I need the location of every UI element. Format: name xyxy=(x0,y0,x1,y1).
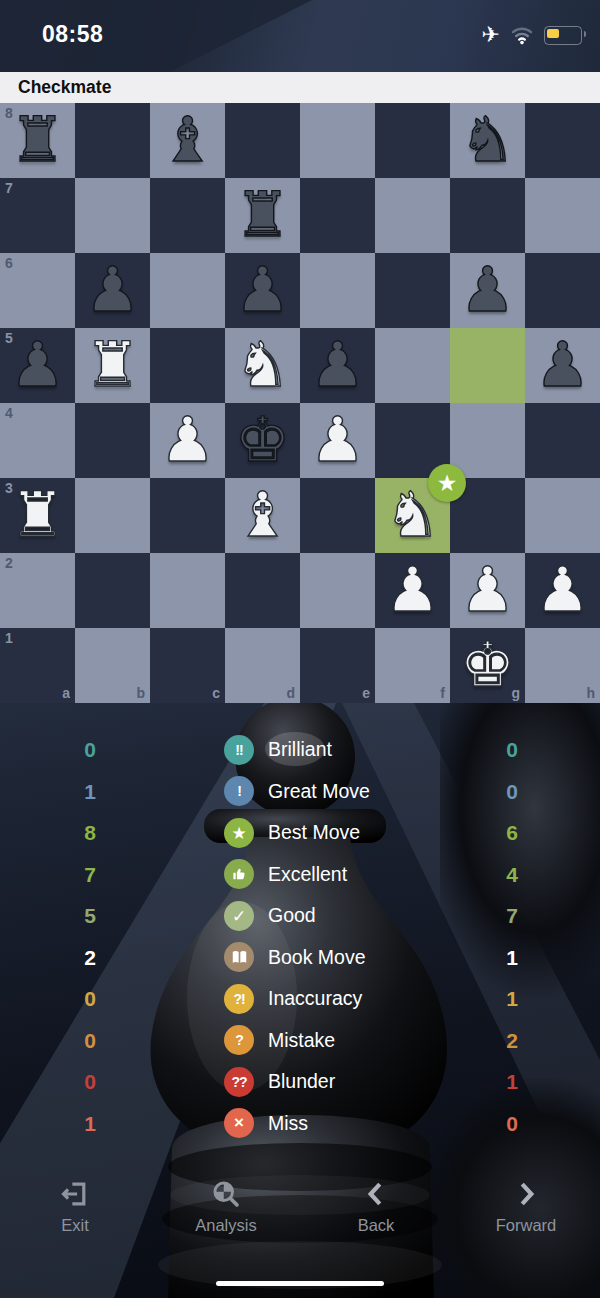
square-a8[interactable]: 8♜ xyxy=(0,103,75,178)
stat-count-right: 1 xyxy=(472,937,552,979)
file-label-g: g xyxy=(511,685,520,701)
back-label: Back xyxy=(306,1216,446,1235)
file-label-a: a xyxy=(62,685,70,701)
piece-black-bishop: ♝ xyxy=(150,103,225,178)
square-d6[interactable]: ♟ xyxy=(225,253,300,328)
square-a3[interactable]: 3♜ xyxy=(0,478,75,553)
file-label-e: e xyxy=(362,685,370,701)
square-a4[interactable]: 4 xyxy=(0,403,75,478)
stat-count-right: 0 xyxy=(472,1103,552,1145)
square-b6[interactable]: ♟ xyxy=(75,253,150,328)
square-d2[interactable] xyxy=(225,553,300,628)
stat-count-right: 1 xyxy=(472,1061,552,1103)
best-move-star-badge: ★ xyxy=(428,464,466,502)
rank-label-5: 5 xyxy=(5,330,13,346)
move-quality-stats: 0!!Brilliant01!Great Move08★Best Move67E… xyxy=(0,703,600,1144)
square-g2[interactable]: ♟ xyxy=(450,553,525,628)
analysis-icon xyxy=(210,1178,242,1210)
piece-black-king: ♚ xyxy=(225,403,300,478)
square-a1[interactable]: 1a xyxy=(0,628,75,703)
stat-row-excellent: 7Excellent4 xyxy=(0,854,600,896)
piece-black-pawn: ♟ xyxy=(450,253,525,328)
battery-icon xyxy=(544,26,582,45)
stat-row-book-move: 2Book Move1 xyxy=(0,937,600,979)
square-c8[interactable]: ♝ xyxy=(150,103,225,178)
piece-white-pawn: ♟ xyxy=(375,553,450,628)
square-e1[interactable]: e xyxy=(300,628,375,703)
square-g5[interactable] xyxy=(450,328,525,403)
stat-row-good: 5✓Good7 xyxy=(0,895,600,937)
square-f5[interactable] xyxy=(375,328,450,403)
back-button[interactable]: Back xyxy=(306,1178,446,1235)
piece-black-knight: ♞ xyxy=(450,103,525,178)
stat-row-best-move: 8★Best Move6 xyxy=(0,812,600,854)
square-b2[interactable] xyxy=(75,553,150,628)
stat-row-miss: 1×Miss0 xyxy=(0,1103,600,1145)
square-b4[interactable] xyxy=(75,403,150,478)
square-b5[interactable]: ♜ xyxy=(75,328,150,403)
square-e4[interactable]: ♟ xyxy=(300,403,375,478)
square-h6[interactable] xyxy=(525,253,600,328)
airplane-mode-icon: ✈ xyxy=(482,24,500,46)
square-f7[interactable] xyxy=(375,178,450,253)
header-bar: Checkmate xyxy=(0,72,600,103)
square-f6[interactable] xyxy=(375,253,450,328)
square-h4[interactable] xyxy=(525,403,600,478)
square-g6[interactable]: ♟ xyxy=(450,253,525,328)
excellent-icon xyxy=(224,859,254,889)
stat-label: Best Move xyxy=(268,812,360,854)
stat-label: Excellent xyxy=(268,854,347,896)
square-b3[interactable] xyxy=(75,478,150,553)
piece-white-knight: ♞ xyxy=(225,328,300,403)
stat-label: Great Move xyxy=(268,771,370,813)
square-b1[interactable]: b xyxy=(75,628,150,703)
stat-count-left: 7 xyxy=(50,854,130,896)
square-g7[interactable] xyxy=(450,178,525,253)
piece-white-rook: ♜ xyxy=(75,328,150,403)
square-d3[interactable]: ♝ xyxy=(225,478,300,553)
analysis-button[interactable]: Analysis xyxy=(156,1178,296,1235)
stat-row-blunder: 0??Blunder1 xyxy=(0,1061,600,1103)
stat-count-right: 0 xyxy=(472,729,552,771)
analysis-label: Analysis xyxy=(156,1216,296,1235)
piece-black-pawn: ♟ xyxy=(300,328,375,403)
file-label-b: b xyxy=(136,685,145,701)
inaccuracy-icon: ?! xyxy=(224,984,254,1014)
status-bar: 08:58 ✈ xyxy=(0,0,600,72)
piece-black-rook: ♜ xyxy=(225,178,300,253)
clock: 08:58 xyxy=(42,21,103,48)
piece-black-pawn: ♟ xyxy=(225,253,300,328)
square-e3[interactable] xyxy=(300,478,375,553)
page-title: Checkmate xyxy=(18,77,111,98)
square-g4[interactable] xyxy=(450,403,525,478)
square-e8[interactable] xyxy=(300,103,375,178)
rank-label-2: 2 xyxy=(5,555,13,571)
stat-count-right: 1 xyxy=(472,978,552,1020)
piece-white-pawn: ♟ xyxy=(450,553,525,628)
square-h5[interactable]: ♟ xyxy=(525,328,600,403)
file-label-d: d xyxy=(286,685,295,701)
square-e7[interactable] xyxy=(300,178,375,253)
stat-row-brilliant: 0!!Brilliant0 xyxy=(0,729,600,771)
square-d8[interactable] xyxy=(225,103,300,178)
square-d4[interactable]: ♚ xyxy=(225,403,300,478)
piece-black-pawn: ♟ xyxy=(525,328,600,403)
square-h8[interactable] xyxy=(525,103,600,178)
rank-label-3: 3 xyxy=(5,480,13,496)
brilliant-icon: !! xyxy=(224,735,254,765)
forward-icon xyxy=(510,1178,542,1210)
stat-count-right: 6 xyxy=(472,812,552,854)
forward-button[interactable]: Forward xyxy=(456,1178,596,1235)
home-indicator[interactable] xyxy=(216,1281,384,1286)
stat-count-left: 5 xyxy=(50,895,130,937)
stat-label: Good xyxy=(268,895,316,937)
exit-label: Exit xyxy=(5,1216,145,1235)
square-f3[interactable]: ♞★ xyxy=(375,478,450,553)
file-label-f: f xyxy=(440,685,445,701)
piece-white-pawn: ♟ xyxy=(300,403,375,478)
stat-count-left: 8 xyxy=(50,812,130,854)
mistake-icon: ? xyxy=(224,1025,254,1055)
rank-label-1: 1 xyxy=(5,630,13,646)
square-f8[interactable] xyxy=(375,103,450,178)
stat-label: Miss xyxy=(268,1103,308,1145)
square-h2[interactable]: ♟ xyxy=(525,553,600,628)
piece-black-pawn: ♟ xyxy=(75,253,150,328)
stat-count-left: 0 xyxy=(50,729,130,771)
stat-label: Brilliant xyxy=(268,729,332,771)
chess-board: 8♜♝♞7♜6♟♟♟5♟♜♞♟♟4♟♚♟3♜♝♞★2♟♟♟1abcdefg♚h xyxy=(0,103,600,703)
forward-label: Forward xyxy=(456,1216,596,1235)
good-icon: ✓ xyxy=(224,901,254,931)
app-screen: 08:58 ✈ Checkmate 8♜♝♞7♜6♟♟♟5♟♜♞♟♟4♟♚♟3♜… xyxy=(0,0,600,1298)
piece-white-pawn: ♟ xyxy=(525,553,600,628)
file-label-h: h xyxy=(586,685,595,701)
square-h1[interactable]: h xyxy=(525,628,600,703)
stat-count-right: 0 xyxy=(472,771,552,813)
stat-label: Mistake xyxy=(268,1020,335,1062)
stat-label: Book Move xyxy=(268,937,366,979)
blunder-icon: ?? xyxy=(224,1067,254,1097)
stat-count-left: 0 xyxy=(50,1061,130,1103)
square-b8[interactable] xyxy=(75,103,150,178)
square-g1[interactable]: g♚ xyxy=(450,628,525,703)
square-f2[interactable]: ♟ xyxy=(375,553,450,628)
stat-row-great-move: 1!Great Move0 xyxy=(0,771,600,813)
stat-count-left: 2 xyxy=(50,937,130,979)
stat-count-right: 4 xyxy=(472,854,552,896)
rank-label-4: 4 xyxy=(5,405,13,421)
best-move-icon: ★ xyxy=(224,818,254,848)
square-h3[interactable] xyxy=(525,478,600,553)
stat-row-mistake: 0?Mistake2 xyxy=(0,1020,600,1062)
miss-icon: × xyxy=(224,1108,254,1138)
rank-label-7: 7 xyxy=(5,180,13,196)
square-e6[interactable] xyxy=(300,253,375,328)
rank-label-8: 8 xyxy=(5,105,13,121)
back-icon xyxy=(360,1178,392,1210)
file-label-c: c xyxy=(212,685,220,701)
square-d7[interactable]: ♜ xyxy=(225,178,300,253)
bottom-toolbar: Exit Analysis Back Forward xyxy=(0,1178,600,1258)
square-d5[interactable]: ♞ xyxy=(225,328,300,403)
square-e5[interactable]: ♟ xyxy=(300,328,375,403)
rank-label-6: 6 xyxy=(5,255,13,271)
great-move-icon: ! xyxy=(224,776,254,806)
square-h7[interactable] xyxy=(525,178,600,253)
square-a7[interactable]: 7 xyxy=(0,178,75,253)
exit-icon xyxy=(59,1178,91,1210)
square-a2[interactable]: 2 xyxy=(0,553,75,628)
stat-label: Inaccuracy xyxy=(268,978,362,1020)
exit-button[interactable]: Exit xyxy=(5,1178,145,1235)
square-c4[interactable]: ♟ xyxy=(150,403,225,478)
square-c6[interactable] xyxy=(150,253,225,328)
book-move-icon xyxy=(224,942,254,972)
piece-white-pawn: ♟ xyxy=(150,403,225,478)
square-a5[interactable]: 5♟ xyxy=(0,328,75,403)
square-b7[interactable] xyxy=(75,178,150,253)
square-g8[interactable]: ♞ xyxy=(450,103,525,178)
square-e2[interactable] xyxy=(300,553,375,628)
wifi-icon xyxy=(510,25,534,45)
square-c7[interactable] xyxy=(150,178,225,253)
stat-count-right: 2 xyxy=(472,1020,552,1062)
stat-count-right: 7 xyxy=(472,895,552,937)
square-c3[interactable] xyxy=(150,478,225,553)
square-c1[interactable]: c xyxy=(150,628,225,703)
stat-count-left: 0 xyxy=(50,1020,130,1062)
stat-count-left: 1 xyxy=(50,1103,130,1145)
square-f1[interactable]: f xyxy=(375,628,450,703)
stat-count-left: 0 xyxy=(50,978,130,1020)
square-c5[interactable] xyxy=(150,328,225,403)
stat-row-inaccuracy: 0?!Inaccuracy1 xyxy=(0,978,600,1020)
stat-label: Blunder xyxy=(268,1061,335,1103)
square-d1[interactable]: d xyxy=(225,628,300,703)
square-c2[interactable] xyxy=(150,553,225,628)
stat-count-left: 1 xyxy=(50,771,130,813)
piece-white-bishop: ♝ xyxy=(225,478,300,553)
square-a6[interactable]: 6 xyxy=(0,253,75,328)
